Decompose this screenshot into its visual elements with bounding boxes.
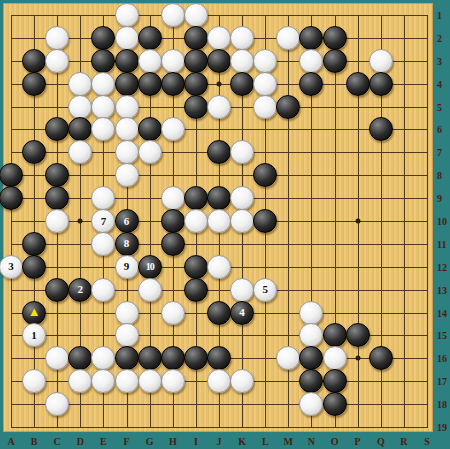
stone-F16-black[interactable] xyxy=(115,346,139,370)
stone-E5-white[interactable] xyxy=(91,95,115,119)
column-label-H: H xyxy=(169,436,177,447)
move-number-6: 6 xyxy=(124,216,130,227)
star-point-D10 xyxy=(78,219,83,224)
stone-I5-black[interactable] xyxy=(184,95,208,119)
row-label-8: 8 xyxy=(437,170,442,181)
row-label-4: 4 xyxy=(437,78,442,89)
stone-E13-white[interactable] xyxy=(91,278,115,302)
stone-B17-white[interactable] xyxy=(22,369,46,393)
stone-L13-white[interactable]: 5 xyxy=(253,278,277,302)
stone-D7-white[interactable] xyxy=(68,140,92,164)
stone-E10-white[interactable]: 7 xyxy=(91,209,115,233)
stone-C6-black[interactable] xyxy=(45,117,69,141)
move-number-4: 4 xyxy=(239,307,245,318)
row-label-19: 19 xyxy=(437,422,447,433)
stone-J14-black[interactable] xyxy=(207,301,231,325)
stone-Q6-black[interactable] xyxy=(369,117,393,141)
column-label-C: C xyxy=(54,436,61,447)
stone-D16-black[interactable] xyxy=(68,346,92,370)
stone-Q16-black[interactable] xyxy=(369,346,393,370)
stone-O15-black[interactable] xyxy=(323,323,347,347)
stone-F3-black[interactable] xyxy=(115,49,139,73)
stone-M2-white[interactable] xyxy=(276,26,300,50)
column-label-E: E xyxy=(100,436,107,447)
stone-J17-white[interactable] xyxy=(207,369,231,393)
stone-G13-white[interactable] xyxy=(138,278,162,302)
stone-F12-white[interactable]: 9 xyxy=(115,255,139,279)
stone-N2-black[interactable] xyxy=(299,26,323,50)
row-label-18: 18 xyxy=(437,399,447,410)
stone-E4-white[interactable] xyxy=(91,72,115,96)
stone-K2-white[interactable] xyxy=(230,26,254,50)
row-label-14: 14 xyxy=(437,307,447,318)
stone-O17-black[interactable] xyxy=(323,369,347,393)
stone-I1-white[interactable] xyxy=(184,3,208,27)
row-label-2: 2 xyxy=(437,32,442,43)
stone-F11-black[interactable]: 8 xyxy=(115,232,139,256)
stone-M5-black[interactable] xyxy=(276,95,300,119)
stone-I16-black[interactable] xyxy=(184,346,208,370)
row-label-17: 17 xyxy=(437,376,447,387)
stone-P15-black[interactable] xyxy=(346,323,370,347)
stone-O18-black[interactable] xyxy=(323,392,347,416)
column-label-J: J xyxy=(217,436,222,447)
row-label-11: 11 xyxy=(437,238,446,249)
star-point-J4 xyxy=(217,81,222,86)
stone-B3-black[interactable] xyxy=(22,49,46,73)
stone-F4-black[interactable] xyxy=(115,72,139,96)
stone-N18-white[interactable] xyxy=(299,392,323,416)
stone-B15-white[interactable]: 1 xyxy=(22,323,46,347)
stone-G3-white[interactable] xyxy=(138,49,162,73)
stone-I3-black[interactable] xyxy=(184,49,208,73)
stone-N16-black[interactable] xyxy=(299,346,323,370)
row-label-9: 9 xyxy=(437,193,442,204)
stone-D13-black[interactable]: 2 xyxy=(68,278,92,302)
stone-N17-black[interactable] xyxy=(299,369,323,393)
stone-K3-white[interactable] xyxy=(230,49,254,73)
stone-H14-white[interactable] xyxy=(161,301,185,325)
stone-F2-white[interactable] xyxy=(115,26,139,50)
stone-Q3-white[interactable] xyxy=(369,49,393,73)
grid-line-vertical xyxy=(11,15,12,428)
row-label-15: 15 xyxy=(437,330,447,341)
triangle-marker: ▲ xyxy=(28,305,41,318)
row-label-3: 3 xyxy=(437,55,442,66)
stone-H11-black[interactable] xyxy=(161,232,185,256)
stone-D17-white[interactable] xyxy=(68,369,92,393)
stone-G2-black[interactable] xyxy=(138,26,162,50)
move-number-10: 10 xyxy=(146,262,154,272)
column-label-K: K xyxy=(238,436,246,447)
move-number-1: 1 xyxy=(31,330,37,341)
stone-I12-black[interactable] xyxy=(184,255,208,279)
stone-B7-black[interactable] xyxy=(22,140,46,164)
stone-N14-white[interactable] xyxy=(299,301,323,325)
column-label-N: N xyxy=(308,436,315,447)
stone-L4-white[interactable] xyxy=(253,72,277,96)
star-point-P10 xyxy=(355,219,360,224)
row-label-5: 5 xyxy=(437,101,442,112)
column-label-I: I xyxy=(194,436,198,447)
move-number-5: 5 xyxy=(262,284,268,295)
stone-G7-white[interactable] xyxy=(138,140,162,164)
column-label-O: O xyxy=(331,436,339,447)
stone-O2-black[interactable] xyxy=(323,26,347,50)
row-label-12: 12 xyxy=(437,261,447,272)
stone-C8-black[interactable] xyxy=(45,163,69,187)
stone-J2-white[interactable] xyxy=(207,26,231,50)
stone-K7-white[interactable] xyxy=(230,140,254,164)
stone-H4-black[interactable] xyxy=(161,72,185,96)
column-label-S: S xyxy=(424,436,430,447)
stone-A12-white[interactable]: 3 xyxy=(0,255,23,279)
stone-F15-white[interactable] xyxy=(115,323,139,347)
stone-F5-white[interactable] xyxy=(115,95,139,119)
stone-C3-white[interactable] xyxy=(45,49,69,73)
stone-F14-white[interactable] xyxy=(115,301,139,325)
stone-A9-black[interactable] xyxy=(0,186,23,210)
star-point-P16 xyxy=(355,356,360,361)
go-board-frame: ABCDEFGHIJKLMNOPQRS 12345678910111213141… xyxy=(0,0,450,449)
stone-H3-white[interactable] xyxy=(161,49,185,73)
move-number-8: 8 xyxy=(124,238,130,249)
stone-H1-white[interactable] xyxy=(161,3,185,27)
stone-L3-white[interactable] xyxy=(253,49,277,73)
stone-F8-white[interactable] xyxy=(115,163,139,187)
stone-L5-white[interactable] xyxy=(253,95,277,119)
column-label-A: A xyxy=(7,436,14,447)
stone-D6-black[interactable] xyxy=(68,117,92,141)
stone-I2-black[interactable] xyxy=(184,26,208,50)
stone-G16-black[interactable] xyxy=(138,346,162,370)
column-label-Q: Q xyxy=(377,436,385,447)
stone-I4-black[interactable] xyxy=(184,72,208,96)
stone-I9-black[interactable] xyxy=(184,186,208,210)
stone-G4-black[interactable] xyxy=(138,72,162,96)
grid-line-vertical xyxy=(404,15,405,428)
stone-H10-black[interactable] xyxy=(161,209,185,233)
stone-E6-white[interactable] xyxy=(91,117,115,141)
stone-J10-white[interactable] xyxy=(207,209,231,233)
stone-B11-black[interactable] xyxy=(22,232,46,256)
stone-O16-white[interactable] xyxy=(323,346,347,370)
row-label-6: 6 xyxy=(437,124,442,135)
column-label-R: R xyxy=(400,436,407,447)
stone-C18-white[interactable] xyxy=(45,392,69,416)
stone-F6-white[interactable] xyxy=(115,117,139,141)
stone-B12-black[interactable] xyxy=(22,255,46,279)
stone-D4-white[interactable] xyxy=(68,72,92,96)
stone-C9-black[interactable] xyxy=(45,186,69,210)
row-label-1: 1 xyxy=(437,10,442,21)
stone-F10-black[interactable]: 6 xyxy=(115,209,139,233)
stone-F7-white[interactable] xyxy=(115,140,139,164)
stone-K4-black[interactable] xyxy=(230,72,254,96)
column-label-G: G xyxy=(146,436,154,447)
stone-C10-white[interactable] xyxy=(45,209,69,233)
stone-L8-black[interactable] xyxy=(253,163,277,187)
stone-M16-white[interactable] xyxy=(276,346,300,370)
stone-Q4-black[interactable] xyxy=(369,72,393,96)
stone-P4-black[interactable] xyxy=(346,72,370,96)
stone-J16-black[interactable] xyxy=(207,346,231,370)
stone-N4-black[interactable] xyxy=(299,72,323,96)
stone-H17-white[interactable] xyxy=(161,369,185,393)
column-label-P: P xyxy=(355,436,361,447)
stone-K10-white[interactable] xyxy=(230,209,254,233)
stone-H16-black[interactable] xyxy=(161,346,185,370)
move-number-2: 2 xyxy=(78,284,84,295)
stone-C2-white[interactable] xyxy=(45,26,69,50)
column-label-L: L xyxy=(262,436,269,447)
stone-H9-white[interactable] xyxy=(161,186,185,210)
stone-H6-white[interactable] xyxy=(161,117,185,141)
stone-N3-white[interactable] xyxy=(299,49,323,73)
stone-O3-black[interactable] xyxy=(323,49,347,73)
stone-F1-white[interactable] xyxy=(115,3,139,27)
stone-E11-white[interactable] xyxy=(91,232,115,256)
row-label-10: 10 xyxy=(437,216,447,227)
column-label-D: D xyxy=(77,436,84,447)
stone-E17-white[interactable] xyxy=(91,369,115,393)
stone-C13-black[interactable] xyxy=(45,278,69,302)
stone-D5-white[interactable] xyxy=(68,95,92,119)
stone-B14-black[interactable]: ▲ xyxy=(22,301,46,325)
stone-G6-black[interactable] xyxy=(138,117,162,141)
stone-J5-white[interactable] xyxy=(207,95,231,119)
stone-I10-white[interactable] xyxy=(184,209,208,233)
stone-L10-black[interactable] xyxy=(253,209,277,233)
column-label-B: B xyxy=(31,436,38,447)
stone-F17-white[interactable] xyxy=(115,369,139,393)
stone-J12-white[interactable] xyxy=(207,255,231,279)
stone-E9-white[interactable] xyxy=(91,186,115,210)
stone-J3-black[interactable] xyxy=(207,49,231,73)
column-label-F: F xyxy=(123,436,129,447)
move-number-9: 9 xyxy=(124,261,130,272)
stone-J7-black[interactable] xyxy=(207,140,231,164)
stone-J9-black[interactable] xyxy=(207,186,231,210)
stone-C16-white[interactable] xyxy=(45,346,69,370)
stone-G17-white[interactable] xyxy=(138,369,162,393)
stone-B4-black[interactable] xyxy=(22,72,46,96)
move-number-7: 7 xyxy=(101,216,107,227)
stone-I13-black[interactable] xyxy=(184,278,208,302)
stone-E2-black[interactable] xyxy=(91,26,115,50)
row-label-7: 7 xyxy=(437,147,442,158)
stone-E16-white[interactable] xyxy=(91,346,115,370)
stone-K17-white[interactable] xyxy=(230,369,254,393)
stone-G12-black[interactable]: 10 xyxy=(138,255,162,279)
grid-line-vertical xyxy=(427,15,428,428)
move-number-3: 3 xyxy=(8,261,14,272)
stone-K9-white[interactable] xyxy=(230,186,254,210)
stone-K14-black[interactable]: 4 xyxy=(230,301,254,325)
row-label-16: 16 xyxy=(437,353,447,364)
stone-K13-white[interactable] xyxy=(230,278,254,302)
stone-A8-black[interactable] xyxy=(0,163,23,187)
column-label-M: M xyxy=(284,436,293,447)
stone-N15-white[interactable] xyxy=(299,323,323,347)
stone-E3-black[interactable] xyxy=(91,49,115,73)
row-label-13: 13 xyxy=(437,284,447,295)
